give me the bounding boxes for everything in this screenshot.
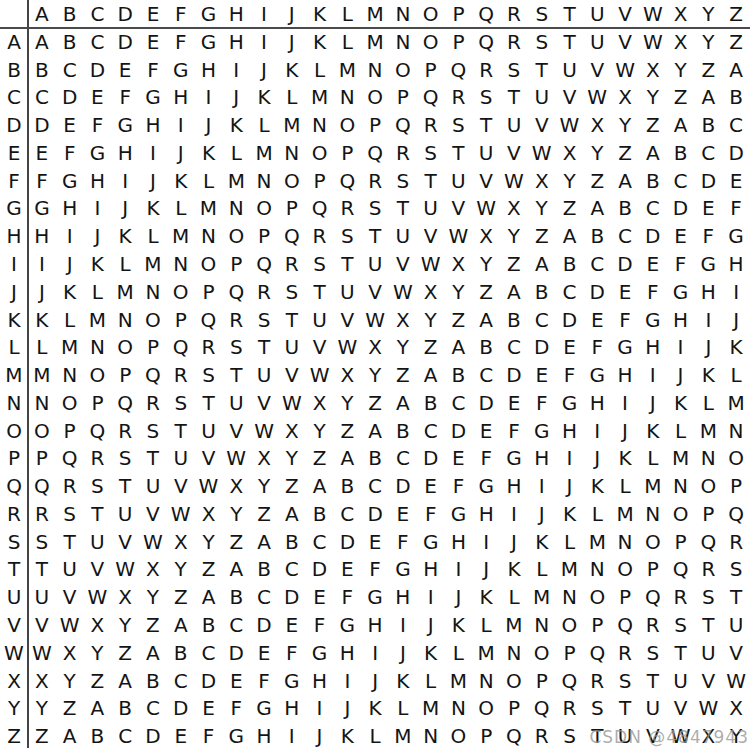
grid-cell: G [84,139,112,167]
grid-cell: V [389,250,417,278]
col-header-cell: E [139,0,167,28]
grid-cell: C [111,722,139,750]
grid-cell: O [389,56,417,84]
grid-cell: T [639,667,667,695]
grid-cell: C [445,389,473,417]
grid-cell: L [333,28,361,56]
grid-cell: D [167,694,195,722]
grid-cell: Y [28,694,56,722]
grid-cell: E [694,195,722,223]
grid-cell: U [389,222,417,250]
grid-cell: H [56,195,84,223]
grid-cell: F [306,611,334,639]
grid-cell: H [722,250,750,278]
grid-cell: S [139,417,167,445]
grid-cell: A [28,28,56,56]
grid-cell: U [667,667,695,695]
grid-cell: M [222,167,250,195]
grid-cell: R [667,583,695,611]
grid-cell: F [472,445,500,473]
grid-cell: S [195,361,223,389]
grid-cell: G [583,361,611,389]
grid-cell: J [28,278,56,306]
grid-cell: W [445,222,473,250]
grid-cell: C [56,56,84,84]
grid-cell: A [639,139,667,167]
grid-cell: F [195,722,223,750]
grid-cell: C [333,500,361,528]
grid-cell: M [361,28,389,56]
grid-cell: W [306,361,334,389]
grid-cell: L [278,84,306,112]
grid-cell: Z [306,445,334,473]
grid-cell: N [167,250,195,278]
grid-cell: E [111,56,139,84]
grid-cell: E [278,611,306,639]
grid-cell: T [361,222,389,250]
grid-cell: B [611,195,639,223]
grid-cell: V [195,445,223,473]
grid-cell: E [333,556,361,584]
grid-cell: Z [167,583,195,611]
col-header-cell: F [167,0,195,28]
grid-cell: X [445,250,473,278]
grid-cell: S [500,56,528,84]
grid-cell: G [250,694,278,722]
grid-cell: S [583,694,611,722]
grid-cell: R [722,528,750,556]
grid-cell: N [84,333,112,361]
grid-cell: E [56,111,84,139]
grid-cell: I [306,694,334,722]
grid-cell: H [667,306,695,334]
grid-cell: B [28,56,56,84]
grid-cell: O [222,222,250,250]
grid-cell: X [556,139,584,167]
grid-cell: K [333,722,361,750]
tabula-recta-board: ABCDEFGHIJKLMNOPQRSTUVWXYZAABCDEFGHIJKLM… [0,0,750,750]
row-header-cell: K [0,306,28,334]
grid-cell: N [278,139,306,167]
row-header-cell: U [0,583,28,611]
grid-cell: M [167,222,195,250]
grid-cell: J [500,528,528,556]
grid-cell: O [84,361,112,389]
grid-cell: M [611,500,639,528]
grid-cell: J [306,722,334,750]
grid-cell: E [167,722,195,750]
grid-cell: T [694,611,722,639]
grid-cell: N [500,639,528,667]
grid-cell: N [389,28,417,56]
grid-cell: C [306,528,334,556]
grid-cell: D [195,667,223,695]
header-row-divider [0,27,750,29]
grid-cell: Q [306,195,334,223]
grid-cell: Q [361,139,389,167]
grid-cell: S [472,84,500,112]
grid-cell: G [28,195,56,223]
row-header-cell: G [0,195,28,223]
grid-cell: S [667,611,695,639]
grid-cell: W [28,639,56,667]
grid-cell: S [111,445,139,473]
grid-cell: S [167,389,195,417]
grid-cell: D [111,28,139,56]
col-header-cell: G [195,0,223,28]
grid-cell: A [722,56,750,84]
grid-cell: X [583,111,611,139]
grid-cell: P [139,333,167,361]
grid-cell: K [556,500,584,528]
grid-cell: O [195,250,223,278]
grid-cell: M [195,195,223,223]
grid-cell: L [250,111,278,139]
grid-cell: W [417,250,445,278]
grid-cell: W [389,278,417,306]
grid-cell: Y [667,56,695,84]
grid-cell: F [84,111,112,139]
grid-cell: E [472,417,500,445]
grid-cell: O [445,722,473,750]
grid-cell: A [500,278,528,306]
grid-cell: T [667,639,695,667]
grid-cell: D [250,611,278,639]
row-header-cell: S [0,528,28,556]
grid-cell: B [639,167,667,195]
grid-cell: C [722,111,750,139]
grid-cell: B [500,306,528,334]
col-header-cell: B [56,0,84,28]
grid-cell: R [389,139,417,167]
grid-cell: Z [250,500,278,528]
grid-cell: A [528,250,556,278]
grid-cell: Q [611,611,639,639]
grid-cell: V [111,528,139,556]
grid-cell: P [472,722,500,750]
grid-cell: S [556,722,584,750]
row-header-cell: I [0,250,28,278]
grid-cell: K [528,528,556,556]
grid-cell: R [500,28,528,56]
grid-cell: N [639,500,667,528]
grid-cell: F [56,139,84,167]
col-header-cell: W [639,0,667,28]
grid-cell: C [611,222,639,250]
grid-cell: C [361,472,389,500]
grid-cell: B [111,694,139,722]
grid-cell: S [306,250,334,278]
col-header-cell: R [500,0,528,28]
grid-cell: F [139,56,167,84]
grid-cell: M [528,583,556,611]
grid-cell: E [250,639,278,667]
row-header-cell: W [0,639,28,667]
grid-cell: A [139,639,167,667]
grid-cell: D [84,56,112,84]
grid-cell: V [417,222,445,250]
grid-cell: P [278,195,306,223]
grid-cell: F [278,639,306,667]
grid-cell: M [722,389,750,417]
grid-cell: Y [500,222,528,250]
grid-cell: D [472,389,500,417]
grid-cell: O [583,583,611,611]
grid-cell: D [528,333,556,361]
grid-cell: K [195,139,223,167]
grid-cell: Q [167,333,195,361]
grid-cell: T [56,528,84,556]
grid-cell: I [556,445,584,473]
grid-cell: K [611,445,639,473]
grid-cell: B [84,722,112,750]
grid-cell: R [694,556,722,584]
grid-cell: W [278,389,306,417]
grid-cell: W [667,722,695,750]
grid-cell: Q [333,167,361,195]
grid-cell: V [694,667,722,695]
grid-cell: E [583,306,611,334]
grid-cell: D [639,222,667,250]
grid-cell: H [639,333,667,361]
grid-cell: S [445,111,473,139]
grid-cell: T [472,111,500,139]
grid-cell: H [28,222,56,250]
grid-cell: S [528,28,556,56]
grid-cell: U [306,306,334,334]
grid-cell: C [250,583,278,611]
grid-cell: I [445,556,473,584]
grid-cell: S [84,472,112,500]
grid-cell: C [84,28,112,56]
row-header-cell: M [0,361,28,389]
grid-cell: I [278,722,306,750]
grid-cell: O [28,417,56,445]
row-header-cell: F [0,167,28,195]
grid-cell: G [417,528,445,556]
grid-cell: R [111,417,139,445]
grid-cell: T [611,694,639,722]
grid-cell: J [667,361,695,389]
header-column-divider [27,0,29,748]
grid-cell: J [472,556,500,584]
grid-cell: Q [417,84,445,112]
grid-cell: V [611,28,639,56]
grid-cell: P [556,639,584,667]
grid-cell: Z [583,167,611,195]
grid-cell: M [306,84,334,112]
grid-cell: N [667,472,695,500]
grid-cell: Z [333,417,361,445]
grid-cell: O [472,694,500,722]
grid-cell: Q [56,445,84,473]
grid-cell: G [139,84,167,112]
grid-cell: Z [389,361,417,389]
grid-cell: A [306,472,334,500]
grid-cell: A [472,306,500,334]
row-header-cell: J [0,278,28,306]
grid-cell: Z [472,278,500,306]
grid-cell: W [361,306,389,334]
grid-cell: E [222,667,250,695]
grid-cell: C [417,417,445,445]
grid-cell: Y [583,139,611,167]
grid-cell: W [56,611,84,639]
grid-cell: X [722,694,750,722]
grid-cell: X [417,278,445,306]
grid-cell: G [445,500,473,528]
grid-cell: T [528,56,556,84]
grid-cell: O [167,278,195,306]
grid-cell: L [694,389,722,417]
grid-cell: L [139,222,167,250]
grid-cell: K [583,472,611,500]
grid-cell: Y [167,556,195,584]
col-header-cell: L [333,0,361,28]
grid-cell: D [445,417,473,445]
grid-cell: T [111,472,139,500]
grid-cell: V [583,56,611,84]
grid-cell: Z [417,333,445,361]
grid-cell: L [111,250,139,278]
col-header-cell: T [556,0,584,28]
grid-cell: E [361,528,389,556]
grid-cell: A [56,722,84,750]
grid-cell: Z [722,28,750,56]
grid-cell: D [556,306,584,334]
grid-cell: R [167,361,195,389]
grid-cell: Y [639,84,667,112]
grid-cell: W [639,28,667,56]
grid-cell: K [306,28,334,56]
grid-cell: B [333,472,361,500]
grid-cell: X [639,56,667,84]
col-header-cell: S [528,0,556,28]
grid-cell: S [417,139,445,167]
grid-cell: W [583,84,611,112]
grid-cell: Z [56,694,84,722]
grid-cell: D [361,500,389,528]
grid-cell: H [333,639,361,667]
grid-cell: I [195,84,223,112]
grid-cell: L [500,583,528,611]
grid-cell: S [722,556,750,584]
grid-cell: L [722,361,750,389]
row-header-cell: H [0,222,28,250]
grid-cell: F [361,556,389,584]
grid-cell: K [250,84,278,112]
grid-cell: O [722,445,750,473]
grid-cell: G [556,389,584,417]
grid-cell: C [667,167,695,195]
grid-cell: F [222,694,250,722]
grid-cell: Z [222,528,250,556]
grid-cell: T [167,417,195,445]
row-header-cell: X [0,667,28,695]
grid-cell: M [417,694,445,722]
grid-cell: C [694,139,722,167]
grid-cell: H [111,139,139,167]
grid-cell: Y [528,195,556,223]
grid-cell: J [84,222,112,250]
grid-cell: I [222,56,250,84]
grid-cell: C [556,278,584,306]
grid-cell: B [222,583,250,611]
grid-cell: R [306,222,334,250]
grid-cell: D [333,528,361,556]
grid-cell: N [111,306,139,334]
grid-cell: X [84,611,112,639]
grid-cell: U [583,28,611,56]
grid-cell: P [56,417,84,445]
grid-cell: D [583,278,611,306]
grid-cell: E [306,583,334,611]
grid-cell: I [417,583,445,611]
grid-cell: H [556,417,584,445]
grid-cell: I [111,167,139,195]
grid-cell: E [139,28,167,56]
row-header-cell: V [0,611,28,639]
grid-cell: Y [250,472,278,500]
grid-cell: X [333,361,361,389]
grid-cell: S [278,278,306,306]
grid-cell: O [250,195,278,223]
grid-cell: W [333,333,361,361]
grid-cell: T [583,722,611,750]
grid-cell: G [639,306,667,334]
grid-cell: F [556,361,584,389]
grid-cell: R [250,278,278,306]
grid-cell: I [722,278,750,306]
grid-cell: P [84,389,112,417]
grid-cell: I [667,333,695,361]
grid-cell: C [278,556,306,584]
grid-cell: Q [28,472,56,500]
grid-cell: M [84,306,112,334]
grid-cell: A [111,667,139,695]
grid-cell: N [556,583,584,611]
grid-cell: U [139,472,167,500]
grid-cell: T [556,28,584,56]
grid-cell: V [528,111,556,139]
grid-cell: E [528,361,556,389]
grid-cell: I [639,361,667,389]
grid-cell: Z [84,667,112,695]
grid-cell: X [389,306,417,334]
grid-cell: Q [278,222,306,250]
grid-cell: M [333,56,361,84]
grid-cell: Q [111,389,139,417]
grid-cell: L [361,722,389,750]
grid-cell: U [500,111,528,139]
grid-cell: W [84,583,112,611]
grid-cell: J [417,611,445,639]
grid-cell: U [56,556,84,584]
grid-cell: O [694,472,722,500]
grid-cell: I [250,28,278,56]
row-header-cell: L [0,333,28,361]
grid-cell: Y [306,417,334,445]
grid-cell: N [472,667,500,695]
grid-cell: W [528,139,556,167]
grid-cell: C [583,250,611,278]
grid-cell: W [195,472,223,500]
grid-cell: V [28,611,56,639]
grid-cell: U [611,722,639,750]
grid-cell: J [694,333,722,361]
grid-cell: Q [722,500,750,528]
grid-cell: W [222,445,250,473]
